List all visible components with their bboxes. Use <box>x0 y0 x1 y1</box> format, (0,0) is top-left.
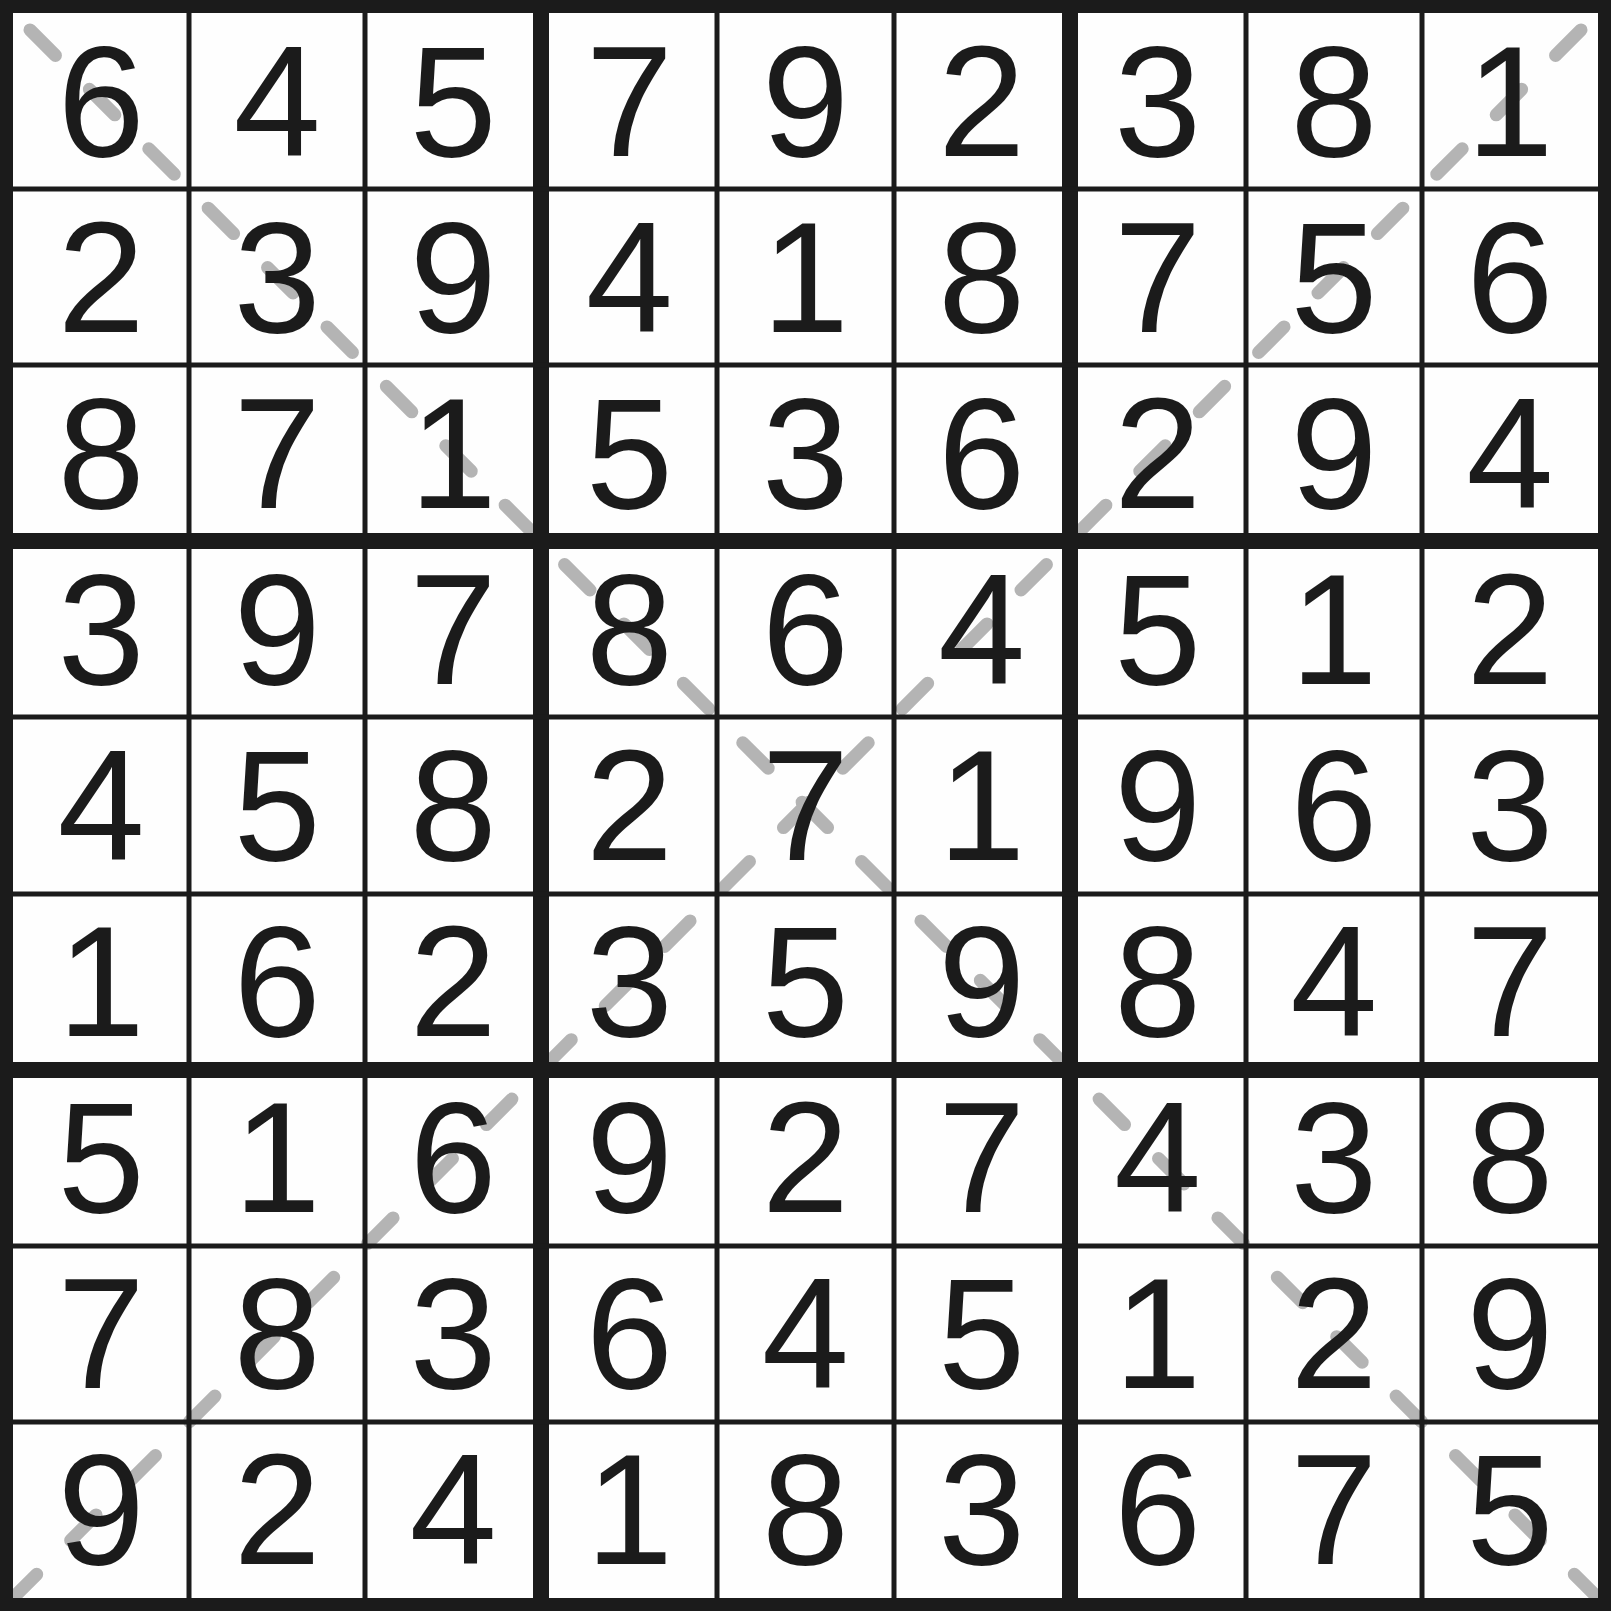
cell-r4c5[interactable]: 6 <box>717 541 893 717</box>
cell-r2c9[interactable]: 6 <box>1422 189 1598 365</box>
cell-r7c2[interactable]: 1 <box>189 1070 365 1246</box>
cell-r5c4[interactable]: 2 <box>541 717 717 893</box>
cell-r9c5[interactable]: 8 <box>717 1422 893 1598</box>
cell-r3c5[interactable]: 3 <box>717 365 893 541</box>
cell-r2c6[interactable]: 8 <box>894 189 1070 365</box>
cell-r9c4[interactable]: 1 <box>541 1422 717 1598</box>
cell-r6c6[interactable]: 9 <box>894 894 1070 1070</box>
cell-r1c7[interactable]: 3 <box>1070 13 1246 189</box>
cell-r1c6[interactable]: 2 <box>894 13 1070 189</box>
cell-r2c5[interactable]: 1 <box>717 189 893 365</box>
cell-grid: 6457923812394187568715362943978645124582… <box>13 13 1598 1598</box>
cell-r1c9[interactable]: 1 <box>1422 13 1598 189</box>
cell-r8c1[interactable]: 7 <box>13 1246 189 1422</box>
cell-r3c9[interactable]: 4 <box>1422 365 1598 541</box>
cell-r7c8[interactable]: 3 <box>1246 1070 1422 1246</box>
cell-r3c4[interactable]: 5 <box>541 365 717 541</box>
cell-r4c8[interactable]: 1 <box>1246 541 1422 717</box>
cell-r7c5[interactable]: 2 <box>717 1070 893 1246</box>
cell-r5c1[interactable]: 4 <box>13 717 189 893</box>
cell-r2c3[interactable]: 9 <box>365 189 541 365</box>
cell-r4c7[interactable]: 5 <box>1070 541 1246 717</box>
cell-r5c5[interactable]: 7 <box>717 717 893 893</box>
cell-r8c7[interactable]: 1 <box>1070 1246 1246 1422</box>
cell-r4c1[interactable]: 3 <box>13 541 189 717</box>
cell-r3c8[interactable]: 9 <box>1246 365 1422 541</box>
cell-r3c1[interactable]: 8 <box>13 365 189 541</box>
cell-r6c3[interactable]: 2 <box>365 894 541 1070</box>
cell-r3c7[interactable]: 2 <box>1070 365 1246 541</box>
cell-r6c7[interactable]: 8 <box>1070 894 1246 1070</box>
cell-r9c1[interactable]: 9 <box>13 1422 189 1598</box>
sudoku-board: 6457923812394187568715362943978645124582… <box>0 0 1611 1611</box>
cell-r7c6[interactable]: 7 <box>894 1070 1070 1246</box>
cell-r5c6[interactable]: 1 <box>894 717 1070 893</box>
cell-r9c3[interactable]: 4 <box>365 1422 541 1598</box>
cell-r2c1[interactable]: 2 <box>13 189 189 365</box>
cell-r9c2[interactable]: 2 <box>189 1422 365 1598</box>
cell-r6c9[interactable]: 7 <box>1422 894 1598 1070</box>
cell-r8c6[interactable]: 5 <box>894 1246 1070 1422</box>
cell-r2c2[interactable]: 3 <box>189 189 365 365</box>
cell-r9c8[interactable]: 7 <box>1246 1422 1422 1598</box>
cell-r1c1[interactable]: 6 <box>13 13 189 189</box>
cell-r6c2[interactable]: 6 <box>189 894 365 1070</box>
cell-r9c9[interactable]: 5 <box>1422 1422 1598 1598</box>
cell-r1c5[interactable]: 9 <box>717 13 893 189</box>
cell-r6c5[interactable]: 5 <box>717 894 893 1070</box>
cell-r5c3[interactable]: 8 <box>365 717 541 893</box>
cell-r1c4[interactable]: 7 <box>541 13 717 189</box>
cell-r2c8[interactable]: 5 <box>1246 189 1422 365</box>
cell-r8c2[interactable]: 8 <box>189 1246 365 1422</box>
cell-r9c7[interactable]: 6 <box>1070 1422 1246 1598</box>
cell-r8c3[interactable]: 3 <box>365 1246 541 1422</box>
cell-r6c1[interactable]: 1 <box>13 894 189 1070</box>
cell-r7c7[interactable]: 4 <box>1070 1070 1246 1246</box>
cell-r2c7[interactable]: 7 <box>1070 189 1246 365</box>
cell-r3c3[interactable]: 1 <box>365 365 541 541</box>
cell-r1c2[interactable]: 4 <box>189 13 365 189</box>
cell-r2c4[interactable]: 4 <box>541 189 717 365</box>
cell-r7c1[interactable]: 5 <box>13 1070 189 1246</box>
cell-r5c8[interactable]: 6 <box>1246 717 1422 893</box>
cell-r5c7[interactable]: 9 <box>1070 717 1246 893</box>
cell-r7c4[interactable]: 9 <box>541 1070 717 1246</box>
cell-r8c9[interactable]: 9 <box>1422 1246 1598 1422</box>
cell-r6c8[interactable]: 4 <box>1246 894 1422 1070</box>
cell-r1c3[interactable]: 5 <box>365 13 541 189</box>
cell-r7c3[interactable]: 6 <box>365 1070 541 1246</box>
cell-r5c9[interactable]: 3 <box>1422 717 1598 893</box>
cell-r6c4[interactable]: 3 <box>541 894 717 1070</box>
cell-r4c6[interactable]: 4 <box>894 541 1070 717</box>
cell-r5c2[interactable]: 5 <box>189 717 365 893</box>
cell-r4c9[interactable]: 2 <box>1422 541 1598 717</box>
cell-r1c8[interactable]: 8 <box>1246 13 1422 189</box>
cell-r8c8[interactable]: 2 <box>1246 1246 1422 1422</box>
cell-r8c5[interactable]: 4 <box>717 1246 893 1422</box>
cell-r3c6[interactable]: 6 <box>894 365 1070 541</box>
cell-r4c2[interactable]: 9 <box>189 541 365 717</box>
cell-r3c2[interactable]: 7 <box>189 365 365 541</box>
cell-r7c9[interactable]: 8 <box>1422 1070 1598 1246</box>
cell-r8c4[interactable]: 6 <box>541 1246 717 1422</box>
cell-r9c6[interactable]: 3 <box>894 1422 1070 1598</box>
cell-r4c4[interactable]: 8 <box>541 541 717 717</box>
cell-r4c3[interactable]: 7 <box>365 541 541 717</box>
